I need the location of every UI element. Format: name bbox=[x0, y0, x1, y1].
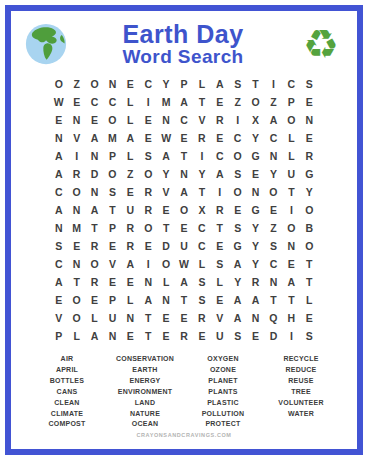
grid-cell: E bbox=[139, 237, 157, 255]
grid-cell: A bbox=[121, 129, 139, 147]
grid-cell: V bbox=[68, 129, 86, 147]
grid-cell: P bbox=[103, 291, 121, 309]
grid-cell: N bbox=[50, 219, 68, 237]
grid-cell: E bbox=[175, 219, 193, 237]
title-line-2: Word Search bbox=[69, 47, 297, 66]
grid-cell: N bbox=[300, 111, 318, 129]
grid-cell: A bbox=[139, 291, 157, 309]
grid-cell: Z bbox=[229, 93, 247, 111]
grid-cell: E bbox=[247, 165, 265, 183]
grid-cell: W bbox=[157, 129, 175, 147]
grid-cell: O bbox=[86, 255, 104, 273]
word-list-item: PLANTS bbox=[208, 387, 238, 398]
grid-cell: L bbox=[211, 273, 229, 291]
grid-cell: E bbox=[121, 75, 139, 93]
grid-cell: N bbox=[68, 255, 86, 273]
grid-cell: A bbox=[211, 165, 229, 183]
word-list-item: AIR bbox=[61, 354, 74, 365]
word-list-item: VOLUNTEER bbox=[278, 398, 323, 409]
grid-cell: Y bbox=[247, 255, 265, 273]
grid-cell: G bbox=[247, 147, 265, 165]
grid-cell: S bbox=[265, 237, 283, 255]
word-list-item: CLEAN bbox=[54, 398, 79, 409]
grid-cell: L bbox=[157, 273, 175, 291]
grid-cell: S bbox=[229, 75, 247, 93]
grid-cell: Y bbox=[247, 129, 265, 147]
grid-cell: N bbox=[247, 309, 265, 327]
grid-cell: E bbox=[193, 327, 211, 345]
grid-cell: M bbox=[68, 219, 86, 237]
grid-cell: P bbox=[50, 327, 68, 345]
grid-cell: M bbox=[157, 93, 175, 111]
grid-cell: N bbox=[157, 111, 175, 129]
page-border-frame: Earth Day Word Search ♻ OZONECYPLASTICSW… bbox=[5, 5, 363, 455]
grid-cell: E bbox=[68, 93, 86, 111]
grid-cell: I bbox=[282, 201, 300, 219]
grid-cell: S bbox=[193, 273, 211, 291]
grid-cell: E bbox=[139, 129, 157, 147]
grid-cell: B bbox=[300, 219, 318, 237]
grid-cell: E bbox=[103, 237, 121, 255]
grid-cell: E bbox=[68, 237, 86, 255]
grid-cell: C bbox=[103, 93, 121, 111]
grid-cell: Z bbox=[265, 93, 283, 111]
grid-cell: T bbox=[282, 291, 300, 309]
grid-cell: E bbox=[50, 291, 68, 309]
grid-cell: E bbox=[50, 111, 68, 129]
grid-cell: O bbox=[50, 75, 68, 93]
grid-cell: O bbox=[157, 255, 175, 273]
word-list-item: OCEAN bbox=[132, 419, 159, 430]
grid-cell: R bbox=[193, 309, 211, 327]
grid-cell: G bbox=[247, 201, 265, 219]
grid-cell: U bbox=[121, 201, 139, 219]
word-list-item: COMPOST bbox=[48, 419, 85, 430]
grid-cell: N bbox=[157, 291, 175, 309]
grid-cell: A bbox=[229, 309, 247, 327]
grid-cell: E bbox=[211, 129, 229, 147]
grid-cell: S bbox=[211, 255, 229, 273]
grid-cell: I bbox=[68, 147, 86, 165]
grid-cell: O bbox=[86, 75, 104, 93]
grid-cell: R bbox=[300, 147, 318, 165]
footer-site-text: CRAYONSANDCRAVINGS.COM bbox=[11, 432, 357, 438]
grid-cell: A bbox=[157, 147, 175, 165]
grid-cell: R bbox=[247, 273, 265, 291]
grid-cell: T bbox=[193, 93, 211, 111]
word-list-item: TREE bbox=[291, 387, 311, 398]
word-list-item: ENERGY bbox=[129, 376, 160, 387]
grid-cell: Y bbox=[193, 165, 211, 183]
grid-cell: D bbox=[157, 237, 175, 255]
grid-cell: T bbox=[300, 255, 318, 273]
grid-cell: C bbox=[193, 219, 211, 237]
grid-cell: S bbox=[229, 219, 247, 237]
grid-cell: O bbox=[300, 201, 318, 219]
grid-cell: I bbox=[139, 255, 157, 273]
grid-cell: L bbox=[282, 147, 300, 165]
grid-cell: C bbox=[193, 237, 211, 255]
grid-cell: W bbox=[175, 255, 193, 273]
word-list-item: CLIMATE bbox=[51, 409, 83, 420]
grid-cell: A bbox=[50, 165, 68, 183]
grid-cell: A bbox=[50, 201, 68, 219]
grid-cell: X bbox=[247, 111, 265, 129]
grid-cell: C bbox=[50, 255, 68, 273]
grid-cell: Y bbox=[157, 165, 175, 183]
grid-cell: R bbox=[121, 237, 139, 255]
grid-cell: E bbox=[211, 93, 229, 111]
grid-cell: C bbox=[229, 129, 247, 147]
grid-cell: E bbox=[300, 129, 318, 147]
grid-cell: N bbox=[121, 309, 139, 327]
word-list-item: ENVIRONMENT bbox=[118, 387, 172, 398]
grid-cell: C bbox=[86, 93, 104, 111]
grid-cell: O bbox=[103, 111, 121, 129]
grid-cell: C bbox=[175, 111, 193, 129]
grid-cell: L bbox=[121, 93, 139, 111]
grid-cell: T bbox=[68, 273, 86, 291]
grid-cell: L bbox=[193, 255, 211, 273]
grid-cell: U bbox=[103, 309, 121, 327]
grid-cell: W bbox=[50, 93, 68, 111]
grid-cell: S bbox=[300, 75, 318, 93]
grid-cell: A bbox=[175, 273, 193, 291]
grid-cell: Z bbox=[265, 219, 283, 237]
word-list-item: EARTH bbox=[132, 365, 157, 376]
grid-cell: S bbox=[103, 183, 121, 201]
grid-cell: O bbox=[300, 237, 318, 255]
grid-cell: L bbox=[68, 327, 86, 345]
grid-cell: R bbox=[86, 237, 104, 255]
grid-cell: P bbox=[175, 75, 193, 93]
grid-cell: A bbox=[175, 183, 193, 201]
grid-cell: E bbox=[86, 111, 104, 129]
grid-cell: A bbox=[86, 201, 104, 219]
globe-icon bbox=[23, 21, 69, 67]
grid-cell: L bbox=[121, 291, 139, 309]
grid-cell: A bbox=[211, 75, 229, 93]
grid-cell: T bbox=[86, 219, 104, 237]
grid-cell: N bbox=[139, 273, 157, 291]
grid-cell: A bbox=[229, 291, 247, 309]
grid-cell: I bbox=[139, 93, 157, 111]
word-list-item: APRIL bbox=[56, 365, 78, 376]
grid-cell: T bbox=[157, 219, 175, 237]
grid-cell: O bbox=[282, 219, 300, 237]
grid-cell: O bbox=[247, 93, 265, 111]
grid-cell: O bbox=[68, 183, 86, 201]
grid-cell: Y bbox=[265, 165, 283, 183]
grid-cell: V bbox=[157, 183, 175, 201]
word-list-item: WATER bbox=[288, 409, 314, 420]
grid-cell: S bbox=[300, 327, 318, 345]
grid-cell: L bbox=[121, 111, 139, 129]
grid-cell: N bbox=[86, 147, 104, 165]
grid-cell: V bbox=[193, 111, 211, 129]
word-list: AIRAPRILBOTTLESCANSCLEANCLIMATECOMPOSTCO… bbox=[28, 354, 340, 430]
grid-cell: G bbox=[229, 237, 247, 255]
grid-cell: T bbox=[193, 183, 211, 201]
grid-cell: L bbox=[86, 309, 104, 327]
grid-cell: E bbox=[247, 327, 265, 345]
grid-cell: O bbox=[103, 165, 121, 183]
grid-cell: E bbox=[175, 309, 193, 327]
grid-cell: U bbox=[175, 237, 193, 255]
grid-cell: E bbox=[265, 201, 283, 219]
grid-cell: X bbox=[193, 201, 211, 219]
grid-cell: T bbox=[139, 309, 157, 327]
word-list-column: CONSERVATIONEARTHENERGYENVIRONMENTLANDNA… bbox=[106, 354, 184, 430]
grid-cell: R bbox=[121, 219, 139, 237]
grid-cell: E bbox=[121, 183, 139, 201]
grid-cell: T bbox=[175, 147, 193, 165]
grid-cell: L bbox=[282, 129, 300, 147]
grid-cell: T bbox=[211, 219, 229, 237]
grid-cell: D bbox=[86, 165, 104, 183]
word-list-item: PLASTIC bbox=[207, 398, 239, 409]
grid-cell: Y bbox=[229, 273, 247, 291]
grid-cell: T bbox=[282, 183, 300, 201]
grid-cell: T bbox=[175, 291, 193, 309]
grid-cell: I bbox=[229, 111, 247, 129]
grid-cell: E bbox=[157, 201, 175, 219]
word-list-item: BOTTLES bbox=[50, 376, 84, 387]
grid-cell: S bbox=[50, 237, 68, 255]
grid-cell: Y bbox=[157, 75, 175, 93]
grid-cell: N bbox=[68, 111, 86, 129]
grid-cell: D bbox=[265, 327, 283, 345]
grid-cell: O bbox=[68, 291, 86, 309]
word-list-item: NATURE bbox=[130, 409, 160, 420]
grid-cell: V bbox=[211, 309, 229, 327]
grid-cell: E bbox=[103, 273, 121, 291]
grid-cell: R bbox=[139, 183, 157, 201]
grid-cell: I bbox=[282, 327, 300, 345]
grid-cell: E bbox=[229, 201, 247, 219]
grid-cell: S bbox=[193, 291, 211, 309]
grid-cell: C bbox=[265, 129, 283, 147]
grid-cell: O bbox=[282, 111, 300, 129]
word-list-item: PROTECT bbox=[205, 419, 240, 430]
grid-cell: E bbox=[211, 237, 229, 255]
grid-cell: H bbox=[282, 309, 300, 327]
grid-cell: I bbox=[265, 75, 283, 93]
grid-cell: N bbox=[247, 183, 265, 201]
grid-cell: Y bbox=[247, 219, 265, 237]
grid-cell: I bbox=[193, 147, 211, 165]
grid-cell: T bbox=[139, 327, 157, 345]
grid-cell: A bbox=[282, 273, 300, 291]
grid-cell: R bbox=[86, 273, 104, 291]
grid-cell: R bbox=[68, 165, 86, 183]
grid-cell: V bbox=[50, 309, 68, 327]
title-line-1: Earth Day bbox=[69, 22, 297, 48]
grid-cell: N bbox=[86, 183, 104, 201]
grid-cell: O bbox=[68, 309, 86, 327]
grid-cell: N bbox=[68, 201, 86, 219]
grid-cell: N bbox=[103, 327, 121, 345]
grid-cell: A bbox=[247, 291, 265, 309]
grid-cell: E bbox=[175, 129, 193, 147]
grid-cell: Z bbox=[121, 165, 139, 183]
word-list-column: AIRAPRILBOTTLESCANSCLEANCLIMATECOMPOST bbox=[28, 354, 106, 430]
grid-cell: R bbox=[211, 111, 229, 129]
word-list-item: OXYGEN bbox=[207, 354, 238, 365]
page-title: Earth Day Word Search bbox=[69, 22, 297, 67]
grid-cell: T bbox=[265, 291, 283, 309]
grid-cell: G bbox=[300, 165, 318, 183]
grid-cell: N bbox=[265, 273, 283, 291]
grid-cell: N bbox=[175, 165, 193, 183]
grid-cell: I bbox=[211, 183, 229, 201]
grid-cell: E bbox=[121, 273, 139, 291]
grid-cell: O bbox=[139, 219, 157, 237]
grid-cell: O bbox=[265, 183, 283, 201]
grid-cell: R bbox=[211, 201, 229, 219]
grid-cell: T bbox=[247, 75, 265, 93]
grid-cell: E bbox=[121, 327, 139, 345]
grid-cell: O bbox=[175, 201, 193, 219]
grid-cell: P bbox=[103, 219, 121, 237]
grid-cell: Q bbox=[265, 309, 283, 327]
grid-cell: P bbox=[103, 147, 121, 165]
grid-cell: V bbox=[103, 255, 121, 273]
word-list-column: RECYCLEREDUCEREUSETREEVOLUNTEERWATER bbox=[262, 354, 340, 430]
grid-cell: A bbox=[86, 129, 104, 147]
grid-cell: C bbox=[265, 255, 283, 273]
grid-cell: N bbox=[265, 147, 283, 165]
word-list-item: LAND bbox=[135, 398, 155, 409]
grid-cell: A bbox=[229, 255, 247, 273]
grid-cell: N bbox=[50, 129, 68, 147]
grid-cell: T bbox=[300, 273, 318, 291]
word-list-item: REDUCE bbox=[285, 365, 316, 376]
grid-cell: A bbox=[50, 273, 68, 291]
word-list-item: POLLUTION bbox=[202, 409, 245, 420]
grid-cell: R bbox=[175, 327, 193, 345]
grid-cell: C bbox=[139, 75, 157, 93]
grid-cell: O bbox=[139, 165, 157, 183]
grid-cell: E bbox=[86, 291, 104, 309]
word-search-grid: OZONECYPLASTICSWECCLIMATEZOZPEENEOLENCVR… bbox=[11, 75, 357, 345]
grid-cell: E bbox=[282, 255, 300, 273]
grid-cell: C bbox=[211, 147, 229, 165]
grid-cell: A bbox=[175, 93, 193, 111]
grid-cell: N bbox=[103, 75, 121, 93]
grid-cell: U bbox=[211, 327, 229, 345]
header: Earth Day Word Search ♻ bbox=[11, 11, 357, 70]
word-list-item: CONSERVATION bbox=[116, 354, 174, 365]
grid-cell: U bbox=[282, 165, 300, 183]
grid-cell: E bbox=[300, 309, 318, 327]
grid-cell: O bbox=[229, 183, 247, 201]
grid-cell: S bbox=[139, 147, 157, 165]
grid-cell: M bbox=[103, 129, 121, 147]
word-list-item: RECYCLE bbox=[283, 354, 318, 365]
grid-cell: R bbox=[193, 129, 211, 147]
recycle-icon: ♻ bbox=[297, 22, 345, 66]
grid-cell: S bbox=[229, 165, 247, 183]
grid-cell: Y bbox=[247, 237, 265, 255]
word-list-column: OXYGENOZONEPLANETPLANTSPLASTICPOLLUTIONP… bbox=[184, 354, 262, 430]
word-list-item: OZONE bbox=[210, 365, 236, 376]
grid-cell: E bbox=[300, 93, 318, 111]
word-list-item: PLANET bbox=[208, 376, 238, 387]
grid-cell: E bbox=[211, 291, 229, 309]
grid-cell: C bbox=[50, 183, 68, 201]
word-list-item: CANS bbox=[57, 387, 78, 398]
grid-cell: A bbox=[265, 111, 283, 129]
grid-cell: O bbox=[229, 147, 247, 165]
grid-cell: L bbox=[300, 291, 318, 309]
grid-cell: A bbox=[86, 327, 104, 345]
grid-cell: E bbox=[157, 327, 175, 345]
grid-cell: E bbox=[157, 309, 175, 327]
word-list-item: REUSE bbox=[288, 376, 313, 387]
grid-cell: P bbox=[282, 93, 300, 111]
grid-cell: Y bbox=[300, 183, 318, 201]
grid-cell: E bbox=[139, 111, 157, 129]
grid-cell: S bbox=[229, 327, 247, 345]
grid-cell: R bbox=[139, 201, 157, 219]
grid-cell: Z bbox=[68, 75, 86, 93]
grid-cell: L bbox=[193, 75, 211, 93]
grid-cell: A bbox=[121, 255, 139, 273]
grid-cell: C bbox=[282, 75, 300, 93]
grid-cell: A bbox=[50, 147, 68, 165]
grid-cell: N bbox=[282, 237, 300, 255]
grid-cell: T bbox=[103, 201, 121, 219]
grid-cell: L bbox=[121, 147, 139, 165]
